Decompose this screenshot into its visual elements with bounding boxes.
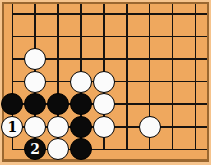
white-stone: [24, 48, 46, 70]
white-stone: [139, 116, 161, 138]
white-stone: [47, 138, 69, 160]
white-stone: [93, 116, 115, 138]
stones-layer: 12: [0, 0, 211, 165]
move-2-stone: 2: [24, 138, 46, 160]
white-stone: [24, 116, 46, 138]
black-stone: [70, 138, 92, 160]
go-diagram: 12: [0, 0, 211, 165]
black-stone: [70, 116, 92, 138]
white-stone: [93, 93, 115, 115]
white-stone: [70, 71, 92, 93]
white-stone: [24, 71, 46, 93]
black-stone: [1, 93, 23, 115]
black-stone: [47, 93, 69, 115]
white-stone: [47, 116, 69, 138]
move-1-stone: 1: [1, 116, 23, 138]
white-stone: [93, 71, 115, 93]
black-stone: [70, 93, 92, 115]
black-stone: [24, 93, 46, 115]
